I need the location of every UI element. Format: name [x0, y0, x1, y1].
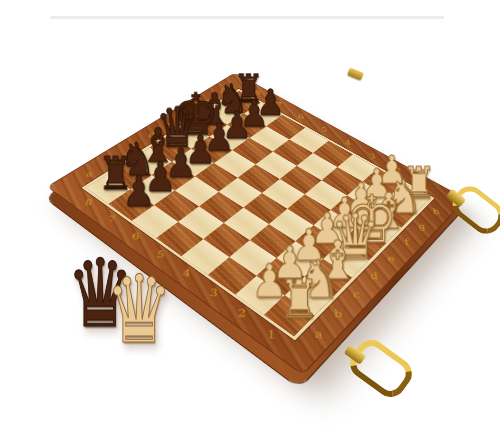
coordinate-label: d: [367, 271, 379, 282]
coordinate-label: e: [166, 120, 173, 127]
coordinate-label: c: [350, 289, 361, 301]
coordinate-label: f: [401, 238, 410, 248]
white-rook: ♜: [278, 276, 319, 324]
coordinate-label: 5: [318, 126, 327, 133]
coordinate-label: h: [218, 88, 226, 95]
brass-latch-right-icon: [451, 193, 500, 227]
coordinate-label: e: [384, 254, 395, 265]
black-pawn: ♟: [122, 173, 155, 212]
coordinate-label: 3: [207, 287, 217, 299]
coordinate-label: 4: [181, 267, 191, 278]
coordinate-label: 1: [264, 328, 275, 341]
brass-latch-bottom-icon: [350, 348, 412, 389]
coordinate-label: b: [331, 308, 343, 320]
coordinate-label: h: [429, 207, 440, 216]
coordinate-label: a: [85, 170, 92, 179]
board-scene: 88aa77bb66cc55dd44ee33ff22gg11hh ♜♞♝♛♚♝♞…: [0, 0, 500, 426]
coordinate-label: 6: [296, 113, 305, 120]
coordinate-label: g: [415, 222, 427, 232]
coordinate-label: a: [312, 328, 324, 341]
coordinate-label: 7: [106, 214, 114, 224]
chess-set-photo: 88aa77bb66cc55dd44ee33ff22gg11hh ♜♞♝♛♚♝♞…: [0, 0, 500, 426]
coordinate-label: g: [202, 98, 210, 105]
coordinate-label: 4: [342, 139, 351, 147]
coordinate-label: 3: [366, 152, 376, 160]
coordinate-label: 2: [235, 307, 246, 319]
coordinate-label: 8: [84, 197, 92, 206]
spare-white-queen: ♛: [105, 263, 172, 357]
